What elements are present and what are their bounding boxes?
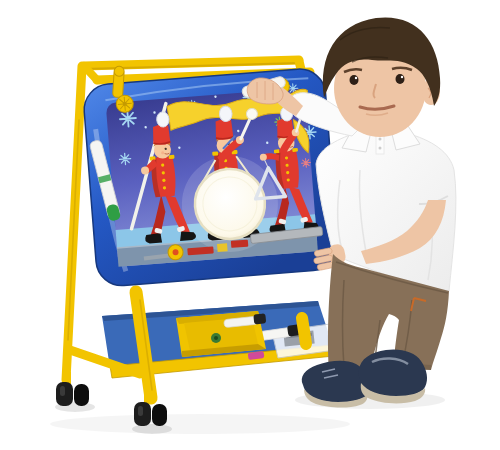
paper-clip — [113, 66, 125, 98]
front-left-leg — [136, 292, 151, 398]
left-eye — [350, 75, 359, 85]
yellow-tray — [176, 311, 266, 357]
caster-front-left — [134, 392, 167, 426]
front-right-leg — [302, 318, 306, 344]
scene-illustration — [0, 0, 500, 450]
sneaker-right — [359, 349, 427, 403]
photo-canvas — [0, 0, 500, 450]
caster-rear-left — [56, 372, 89, 406]
right-eye — [396, 74, 405, 84]
drawing-board — [81, 50, 339, 288]
bottom-knob — [167, 244, 183, 260]
